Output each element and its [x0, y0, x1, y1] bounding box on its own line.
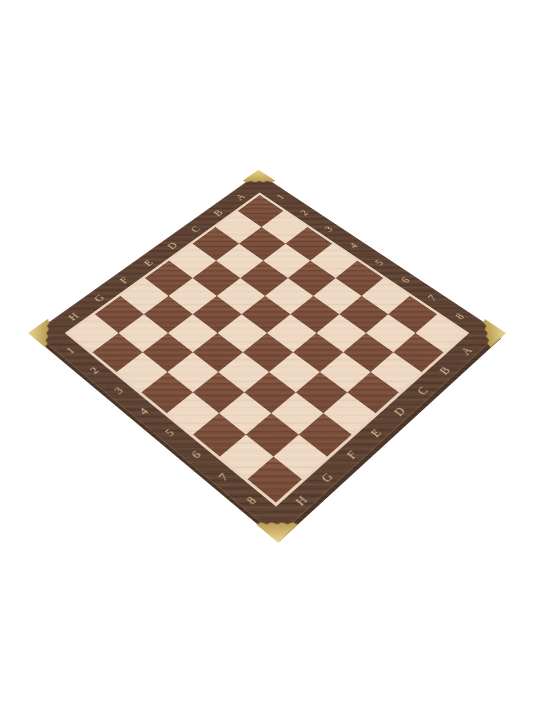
product-photo-scene: 12345678 12345678 ABCDEFGH ABCDEFGH: [0, 0, 540, 720]
chessboard: 12345678 12345678 ABCDEFGH ABCDEFGH: [33, 173, 500, 537]
board-squares: [69, 195, 465, 502]
